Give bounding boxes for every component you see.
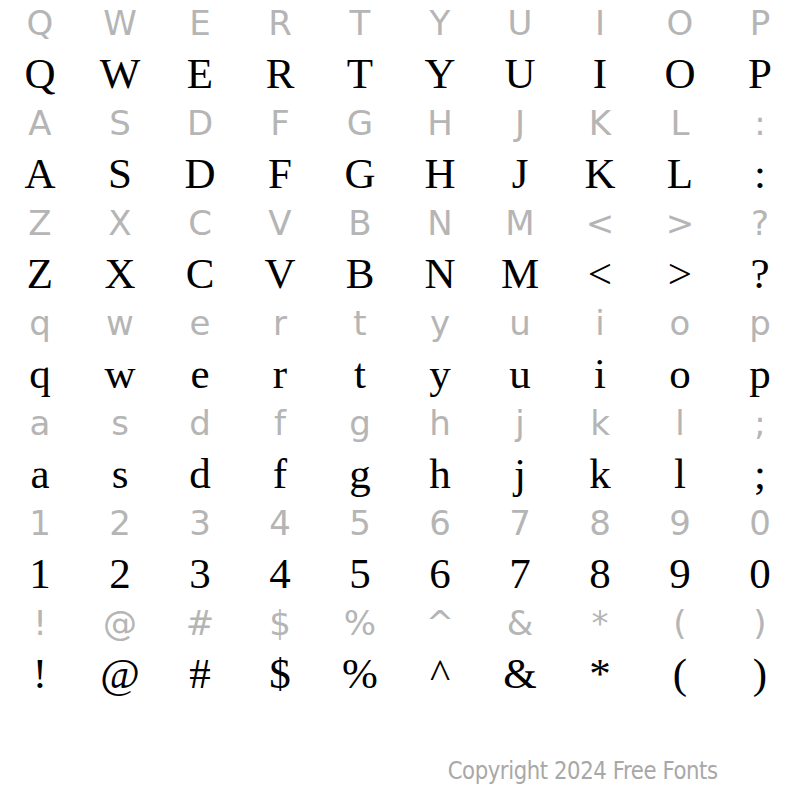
glyph-cell-black: :	[720, 146, 800, 200]
glyph-cell-black: f	[240, 446, 320, 500]
glyph-cell-black: O	[640, 46, 720, 100]
glyph-cell-black: 3	[160, 546, 240, 600]
glyph-cell-black: V	[240, 246, 320, 300]
glyph-cell-gray: 0	[720, 500, 800, 546]
glyph-cell-gray: t	[320, 300, 400, 346]
glyph-cell-gray: F	[240, 100, 320, 146]
glyph-cell-gray: W	[80, 0, 160, 46]
glyph-cell-black: M	[480, 246, 560, 300]
glyph-cell-black: u	[480, 346, 560, 400]
glyph-cell-black: 9	[640, 546, 720, 600]
glyph-cell-black: H	[400, 146, 480, 200]
glyph-cell-gray: &	[480, 600, 560, 646]
glyph-cell-gray: e	[160, 300, 240, 346]
glyph-cell-gray: @	[80, 600, 160, 646]
glyph-cell-black: W	[80, 46, 160, 100]
glyph-cell-black: k	[560, 446, 640, 500]
glyph-cell-black: h	[400, 446, 480, 500]
glyph-cell-black: y	[400, 346, 480, 400]
glyph-cell-black: E	[160, 46, 240, 100]
glyph-cell-black: t	[320, 346, 400, 400]
glyph-cell-black: X	[80, 246, 160, 300]
glyph-cell-gray: Q	[0, 0, 80, 46]
glyph-cell-gray: o	[640, 300, 720, 346]
glyph-cell-gray: B	[320, 200, 400, 246]
glyph-cell-gray: %	[320, 600, 400, 646]
glyph-cell-black: a	[0, 446, 80, 500]
glyph-cell-gray: P	[720, 0, 800, 46]
glyph-cell-gray: 2	[80, 500, 160, 546]
glyph-cell-gray: V	[240, 200, 320, 246]
glyph-cell-black: 2	[80, 546, 160, 600]
glyph-cell-black: R	[240, 46, 320, 100]
glyph-cell-black: 0	[720, 546, 800, 600]
glyph-cell-gray: k	[560, 400, 640, 446]
glyph-cell-gray: X	[80, 200, 160, 246]
glyph-cell-gray: ?	[720, 200, 800, 246]
glyph-cell-black: )	[720, 646, 800, 700]
glyph-cell-gray: K	[560, 100, 640, 146]
glyph-cell-gray: !	[0, 600, 80, 646]
glyph-cell-gray: D	[160, 100, 240, 146]
glyph-cell-gray: *	[560, 600, 640, 646]
glyph-cell-black: L	[640, 146, 720, 200]
glyph-cell-black: %	[320, 646, 400, 700]
glyph-cell-black: 4	[240, 546, 320, 600]
glyph-cell-black: T	[320, 46, 400, 100]
glyph-cell-gray: Y	[400, 0, 480, 46]
glyph-cell-black: $	[240, 646, 320, 700]
glyph-cell-black: w	[80, 346, 160, 400]
glyph-cell-gray: G	[320, 100, 400, 146]
glyph-cell-black: !	[0, 646, 80, 700]
glyph-cell-gray: $	[240, 600, 320, 646]
glyph-cell-gray: 8	[560, 500, 640, 546]
glyph-cell-gray: g	[320, 400, 400, 446]
glyph-cell-black: A	[0, 146, 80, 200]
glyph-cell-black: 5	[320, 546, 400, 600]
glyph-cell-gray: :	[720, 100, 800, 146]
glyph-cell-black: U	[480, 46, 560, 100]
glyph-cell-black: i	[560, 346, 640, 400]
glyph-cell-gray: a	[0, 400, 80, 446]
glyph-cell-gray: y	[400, 300, 480, 346]
glyph-cell-black: F	[240, 146, 320, 200]
glyph-cell-gray: r	[240, 300, 320, 346]
glyph-cell-gray: ;	[720, 400, 800, 446]
glyph-cell-black: *	[560, 646, 640, 700]
glyph-cell-gray: ^	[400, 600, 480, 646]
glyph-cell-black: s	[80, 446, 160, 500]
glyph-cell-gray: N	[400, 200, 480, 246]
glyph-cell-gray: H	[400, 100, 480, 146]
copyright-watermark: Copyright 2024 Free Fonts	[448, 756, 718, 785]
glyph-cell-gray: C	[160, 200, 240, 246]
glyph-cell-gray: f	[240, 400, 320, 446]
glyph-cell-black: (	[640, 646, 720, 700]
font-specimen-sheet: QWERTYUIOPQWERTYUIOPASDFGHJKL:ASDFGHJKL:…	[0, 0, 800, 800]
glyph-cell-gray: #	[160, 600, 240, 646]
glyph-cell-black: 8	[560, 546, 640, 600]
glyph-cell-gray: S	[80, 100, 160, 146]
glyph-cell-black: p	[720, 346, 800, 400]
glyph-cell-gray: i	[560, 300, 640, 346]
glyph-cell-gray: A	[0, 100, 80, 146]
glyph-cell-black: d	[160, 446, 240, 500]
glyph-cell-gray: U	[480, 0, 560, 46]
glyph-cell-black: P	[720, 46, 800, 100]
glyph-cell-black: S	[80, 146, 160, 200]
glyph-cell-black: Z	[0, 246, 80, 300]
glyph-cell-gray: R	[240, 0, 320, 46]
glyph-cell-gray: I	[560, 0, 640, 46]
glyph-cell-gray: s	[80, 400, 160, 446]
glyph-cell-gray: u	[480, 300, 560, 346]
glyph-cell-gray: E	[160, 0, 240, 46]
glyph-cell-black: >	[640, 246, 720, 300]
character-grid: QWERTYUIOPQWERTYUIOPASDFGHJKL:ASDFGHJKL:…	[0, 0, 800, 700]
glyph-cell-gray: J	[480, 100, 560, 146]
glyph-cell-black: 6	[400, 546, 480, 600]
glyph-cell-black: ;	[720, 446, 800, 500]
glyph-cell-gray: <	[560, 200, 640, 246]
glyph-cell-black: C	[160, 246, 240, 300]
glyph-cell-gray: T	[320, 0, 400, 46]
glyph-cell-black: #	[160, 646, 240, 700]
glyph-cell-gray: M	[480, 200, 560, 246]
glyph-cell-black: o	[640, 346, 720, 400]
glyph-cell-gray: 6	[400, 500, 480, 546]
glyph-cell-black: j	[480, 446, 560, 500]
glyph-cell-black: ?	[720, 246, 800, 300]
glyph-cell-gray: p	[720, 300, 800, 346]
glyph-cell-black: &	[480, 646, 560, 700]
glyph-cell-black: 1	[0, 546, 80, 600]
glyph-cell-gray: h	[400, 400, 480, 446]
glyph-cell-black: q	[0, 346, 80, 400]
glyph-cell-black: B	[320, 246, 400, 300]
glyph-cell-black: Y	[400, 46, 480, 100]
glyph-cell-gray: 3	[160, 500, 240, 546]
glyph-cell-gray: 7	[480, 500, 560, 546]
glyph-cell-gray: w	[80, 300, 160, 346]
glyph-cell-gray: )	[720, 600, 800, 646]
glyph-cell-black: I	[560, 46, 640, 100]
glyph-cell-gray: 9	[640, 500, 720, 546]
glyph-cell-gray: 1	[0, 500, 80, 546]
glyph-cell-black: @	[80, 646, 160, 700]
glyph-cell-gray: Z	[0, 200, 80, 246]
glyph-cell-gray: j	[480, 400, 560, 446]
glyph-cell-black: r	[240, 346, 320, 400]
glyph-cell-gray: d	[160, 400, 240, 446]
glyph-cell-gray: >	[640, 200, 720, 246]
glyph-cell-gray: (	[640, 600, 720, 646]
glyph-cell-black: Q	[0, 46, 80, 100]
glyph-cell-gray: 5	[320, 500, 400, 546]
glyph-cell-black: l	[640, 446, 720, 500]
glyph-cell-black: e	[160, 346, 240, 400]
glyph-cell-black: J	[480, 146, 560, 200]
glyph-cell-black: D	[160, 146, 240, 200]
glyph-cell-black: g	[320, 446, 400, 500]
glyph-cell-gray: l	[640, 400, 720, 446]
glyph-cell-black: K	[560, 146, 640, 200]
glyph-cell-gray: L	[640, 100, 720, 146]
glyph-cell-gray: O	[640, 0, 720, 46]
glyph-cell-black: G	[320, 146, 400, 200]
glyph-cell-gray: q	[0, 300, 80, 346]
glyph-cell-gray: 4	[240, 500, 320, 546]
glyph-cell-black: ^	[400, 646, 480, 700]
glyph-cell-black: N	[400, 246, 480, 300]
glyph-cell-black: <	[560, 246, 640, 300]
glyph-cell-black: 7	[480, 546, 560, 600]
